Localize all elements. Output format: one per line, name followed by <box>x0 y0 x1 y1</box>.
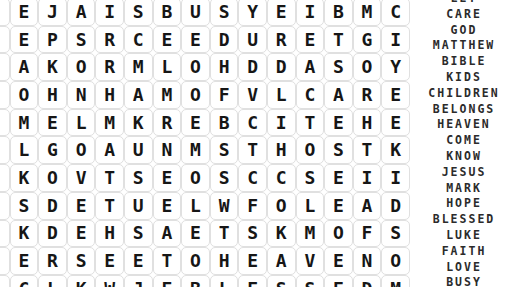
grid-cell[interactable]: D <box>38 192 67 220</box>
grid-cell[interactable]: Y <box>238 0 267 26</box>
grid-cell[interactable]: K <box>10 164 39 192</box>
grid-cell[interactable]: E <box>181 220 210 248</box>
grid-cell[interactable]: V <box>238 81 267 109</box>
grid-cell[interactable]: M <box>95 109 124 137</box>
grid-cell[interactable]: V <box>296 247 325 275</box>
grid-cell[interactable]: I <box>296 0 325 26</box>
word-list-item: JESUS <box>418 165 510 181</box>
grid-cell[interactable]: C <box>10 275 39 287</box>
grid-cell[interactable]: H <box>38 81 67 109</box>
grid-cell-cropped <box>0 247 10 275</box>
grid-cell[interactable]: N <box>353 247 382 275</box>
word-list-item: COME <box>418 133 510 149</box>
grid-cell[interactable]: S <box>10 192 39 220</box>
grid-cell[interactable]: E <box>324 275 353 287</box>
grid-cell[interactable]: L <box>153 53 182 81</box>
grid-cell[interactable]: A <box>95 136 124 164</box>
word-list-item: MATTHEW <box>418 38 510 54</box>
word-list-item: MARK <box>418 181 510 197</box>
grid-cell[interactable]: O <box>267 192 296 220</box>
grid-cell[interactable]: S <box>267 275 296 287</box>
grid-cell[interactable]: H <box>95 81 124 109</box>
grid-cell-cropped <box>0 164 10 192</box>
grid-cell[interactable]: C <box>238 109 267 137</box>
grid-cell[interactable]: O <box>38 164 67 192</box>
word-list-item: CARE <box>418 7 510 23</box>
word-list-item: LOVE <box>418 260 510 276</box>
word-list-item: LUKE <box>418 228 510 244</box>
word-list-item: BELONGS <box>418 102 510 118</box>
grid-cell[interactable]: O <box>181 81 210 109</box>
grid-cell[interactable]: F <box>210 81 239 109</box>
grid-cell[interactable]: O <box>67 136 96 164</box>
grid-cell[interactable]: E <box>381 109 410 137</box>
grid-cell[interactable]: E <box>38 109 67 137</box>
grid-cell[interactable]: L <box>38 275 67 287</box>
grid-cell[interactable]: W <box>210 192 239 220</box>
grid-cell[interactable]: G <box>353 26 382 54</box>
grid-cell[interactable]: T <box>353 136 382 164</box>
grid-cell[interactable]: C <box>381 0 410 26</box>
grid-cell[interactable]: I <box>267 109 296 137</box>
grid-cell[interactable]: L <box>67 109 96 137</box>
grid-cell[interactable]: R <box>95 26 124 54</box>
grid-cell[interactable]: B <box>324 0 353 26</box>
grid-cell[interactable]: E <box>67 192 96 220</box>
grid-cell[interactable]: J <box>124 275 153 287</box>
grid-cell[interactable]: B <box>153 0 182 26</box>
grid-cell[interactable]: K <box>38 53 67 81</box>
grid-cell[interactable]: O <box>10 81 39 109</box>
grid-cell[interactable]: R <box>353 81 382 109</box>
grid-cell[interactable]: T <box>95 164 124 192</box>
grid-cell[interactable]: L <box>296 192 325 220</box>
grid-cell[interactable]: M <box>10 109 39 137</box>
word-list-item: HEAVEN <box>418 117 510 133</box>
grid-cell[interactable]: I <box>95 0 124 26</box>
word-list-item: BIBLE <box>418 54 510 70</box>
grid-cell[interactable]: E <box>238 275 267 287</box>
word-search-screen: EJAISBUSYEIBMCEPSRCEEDURETGIAKORMLOHDDAS… <box>0 0 510 287</box>
grid-cell[interactable]: R <box>95 53 124 81</box>
grid-cell[interactable]: E <box>238 247 267 275</box>
grid-cell[interactable]: O <box>181 164 210 192</box>
grid-cell[interactable]: G <box>38 136 67 164</box>
word-list-item: LET <box>418 0 510 7</box>
grid-cell[interactable]: M <box>124 53 153 81</box>
grid-cell[interactable]: E <box>10 0 39 26</box>
grid-cell-cropped <box>0 0 10 26</box>
grid-cell[interactable]: O <box>181 53 210 81</box>
grid-cell[interactable]: K <box>67 275 96 287</box>
letter-grid: EJAISBUSYEIBMCEPSRCEEDURETGIAKORMLOHDDAS… <box>0 0 410 287</box>
grid-cell[interactable]: H <box>95 220 124 248</box>
grid-cell[interactable]: A <box>324 81 353 109</box>
grid-cell[interactable]: O <box>381 247 410 275</box>
grid-cell[interactable]: S <box>124 164 153 192</box>
grid-cell[interactable]: S <box>381 220 410 248</box>
grid-cell[interactable]: H <box>210 53 239 81</box>
grid-cell[interactable]: A <box>353 192 382 220</box>
grid-cell[interactable]: E <box>324 247 353 275</box>
grid-cell[interactable]: A <box>124 81 153 109</box>
grid-cell[interactable]: R <box>38 247 67 275</box>
grid-cell[interactable]: M <box>381 275 410 287</box>
grid-cell[interactable]: S <box>210 136 239 164</box>
grid-cell-cropped <box>0 109 10 137</box>
grid-cell[interactable]: O <box>296 136 325 164</box>
grid-cell[interactable]: E <box>153 164 182 192</box>
word-list: LETCAREGODMATTHEWBIBLEKIDSCHILDRENBELONG… <box>418 0 510 287</box>
grid-cell[interactable]: E <box>95 247 124 275</box>
grid-cell[interactable]: L <box>181 192 210 220</box>
grid-cell[interactable]: M <box>181 136 210 164</box>
grid-cell[interactable]: S <box>124 220 153 248</box>
grid-cell[interactable]: E <box>124 247 153 275</box>
grid-cell[interactable]: E <box>153 26 182 54</box>
grid-cell[interactable]: D <box>267 53 296 81</box>
grid-cell[interactable]: U <box>238 26 267 54</box>
grid-cell[interactable]: H <box>267 136 296 164</box>
grid-cell[interactable]: L <box>267 81 296 109</box>
grid-cell[interactable]: S <box>324 136 353 164</box>
grid-cell[interactable]: E <box>10 26 39 54</box>
word-list-item: CHILDREN <box>418 86 510 102</box>
grid-cell[interactable]: E <box>267 0 296 26</box>
grid-cell[interactable]: V <box>67 164 96 192</box>
grid-cell-cropped <box>0 53 10 81</box>
grid-cell[interactable]: D <box>353 275 382 287</box>
grid-cell[interactable]: D <box>210 26 239 54</box>
grid-cell[interactable]: K <box>267 220 296 248</box>
word-list-item: GOD <box>418 23 510 39</box>
word-list-item: FAITH <box>418 244 510 260</box>
grid-cell-cropped <box>0 192 10 220</box>
grid-cell[interactable]: L <box>10 136 39 164</box>
grid-cell[interactable]: E <box>153 275 182 287</box>
grid-cell[interactable]: A <box>67 0 96 26</box>
grid-cell[interactable]: C <box>267 164 296 192</box>
grid-cell[interactable]: K <box>10 220 39 248</box>
grid-cell-cropped <box>0 220 10 248</box>
grid-cell[interactable]: E <box>10 247 39 275</box>
grid-cell[interactable]: S <box>296 164 325 192</box>
grid-cell[interactable]: U <box>181 0 210 26</box>
grid-cell-cropped <box>0 26 10 54</box>
grid-cell[interactable]: S <box>296 275 325 287</box>
grid-cell[interactable]: S <box>124 0 153 26</box>
grid-cell[interactable]: T <box>324 26 353 54</box>
grid-cell[interactable]: H <box>353 109 382 137</box>
grid-cell[interactable]: T <box>296 109 325 137</box>
grid-cell[interactable]: D <box>238 53 267 81</box>
grid-cell[interactable]: U <box>124 192 153 220</box>
grid-cell[interactable]: M <box>353 0 382 26</box>
grid-cell[interactable]: S <box>324 53 353 81</box>
grid-cell[interactable]: I <box>353 164 382 192</box>
grid-cell[interactable]: M <box>153 81 182 109</box>
word-list-item: BLESSED <box>418 212 510 228</box>
grid-cell[interactable]: C <box>296 81 325 109</box>
grid-cell[interactable]: K <box>124 109 153 137</box>
grid-cell[interactable]: E <box>324 192 353 220</box>
grid-cell[interactable]: B <box>210 109 239 137</box>
grid-cell[interactable]: T <box>153 247 182 275</box>
grid-cell[interactable]: S <box>210 164 239 192</box>
grid-cell[interactable]: A <box>153 220 182 248</box>
word-list-item: BUSY <box>418 275 510 287</box>
grid-cell[interactable]: N <box>153 136 182 164</box>
word-list-item: HOPE <box>418 196 510 212</box>
grid-cell[interactable]: E <box>67 220 96 248</box>
grid-cell[interactable]: A <box>267 247 296 275</box>
grid-cell[interactable]: T <box>95 192 124 220</box>
word-list-item: KNOW <box>418 149 510 165</box>
grid-cell[interactable]: P <box>38 26 67 54</box>
grid-cell[interactable]: C <box>124 26 153 54</box>
grid-cell[interactable]: E <box>324 109 353 137</box>
grid-cell-cropped <box>0 275 10 287</box>
grid-cell[interactable]: O <box>67 53 96 81</box>
grid-cell[interactable]: E <box>181 109 210 137</box>
grid-cell[interactable]: R <box>153 109 182 137</box>
grid-cell[interactable]: U <box>124 136 153 164</box>
grid-cell[interactable]: A <box>296 53 325 81</box>
grid-cell-cropped <box>0 136 10 164</box>
grid-cell[interactable]: N <box>67 81 96 109</box>
grid-cell[interactable]: M <box>296 220 325 248</box>
grid-cell[interactable]: A <box>10 53 39 81</box>
grid-cell[interactable]: T <box>210 220 239 248</box>
grid-cell[interactable]: O <box>353 53 382 81</box>
grid-cell[interactable]: F <box>353 220 382 248</box>
grid-cell[interactable]: I <box>381 26 410 54</box>
grid-cell[interactable]: O <box>324 220 353 248</box>
grid-cell[interactable]: O <box>181 247 210 275</box>
grid-cell[interactable]: S <box>67 26 96 54</box>
grid-cell[interactable]: E <box>181 26 210 54</box>
grid-cell[interactable]: S <box>67 247 96 275</box>
grid-cell[interactable]: D <box>38 220 67 248</box>
grid-cell[interactable]: E <box>324 164 353 192</box>
grid-cell[interactable]: D <box>381 192 410 220</box>
grid-cell-cropped <box>0 81 10 109</box>
grid-cell[interactable]: T <box>238 136 267 164</box>
grid-cell[interactable]: I <box>381 164 410 192</box>
grid-cell[interactable]: L <box>210 275 239 287</box>
grid-cell[interactable]: E <box>296 26 325 54</box>
grid-cell[interactable]: W <box>95 275 124 287</box>
grid-cell[interactable]: H <box>210 247 239 275</box>
grid-cell[interactable]: J <box>38 0 67 26</box>
grid-cell[interactable]: B <box>181 275 210 287</box>
grid-cell[interactable]: E <box>153 192 182 220</box>
grid-cell[interactable]: K <box>381 136 410 164</box>
word-list-item: KIDS <box>418 70 510 86</box>
grid-cell[interactable]: F <box>238 192 267 220</box>
grid-cell[interactable]: C <box>238 164 267 192</box>
grid-cell[interactable]: Y <box>381 53 410 81</box>
grid-cell[interactable]: E <box>381 81 410 109</box>
grid-cell[interactable]: S <box>238 220 267 248</box>
grid-cell[interactable]: R <box>267 26 296 54</box>
grid-cell[interactable]: S <box>210 0 239 26</box>
